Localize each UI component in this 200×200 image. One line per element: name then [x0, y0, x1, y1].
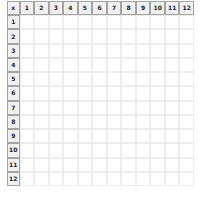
row-header-3: 3	[7, 44, 20, 58]
col-header-5: 5	[78, 1, 93, 15]
product-cell-r5-c9[interactable]	[136, 72, 151, 86]
product-cell-r8-c10[interactable]	[150, 115, 165, 129]
product-cell-r9-c2[interactable]	[34, 129, 49, 143]
row-header-10: 10	[7, 143, 20, 157]
col-header-11: 11	[165, 1, 180, 15]
product-cell-r6-c11[interactable]	[165, 86, 180, 100]
product-cell-r6-c4[interactable]	[63, 86, 78, 100]
product-cell-r4-c12[interactable]	[179, 58, 194, 72]
product-cell-r12-c2[interactable]	[34, 172, 49, 186]
product-cell-r3-c1[interactable]	[20, 44, 35, 58]
product-cell-r11-c5[interactable]	[78, 158, 93, 172]
col-header-3: 3	[49, 1, 64, 15]
product-cell-r10-c11[interactable]	[165, 143, 180, 157]
product-cell-r9-c1[interactable]	[20, 129, 35, 143]
product-cell-r2-c1[interactable]	[20, 29, 35, 43]
product-cell-r6-c3[interactable]	[49, 86, 64, 100]
product-cell-r5-c8[interactable]	[121, 72, 136, 86]
product-cell-r2-c8[interactable]	[121, 29, 136, 43]
product-cell-r1-c11[interactable]	[165, 15, 180, 29]
product-cell-r5-c1[interactable]	[20, 72, 35, 86]
product-cell-r11-c7[interactable]	[107, 158, 122, 172]
product-cell-r10-c7[interactable]	[107, 143, 122, 157]
product-cell-r11-c10[interactable]	[150, 158, 165, 172]
product-cell-r5-c10[interactable]	[150, 72, 165, 86]
row-header-8: 8	[7, 115, 20, 129]
product-cell-r5-c6[interactable]	[92, 72, 107, 86]
product-cell-r6-c6[interactable]	[92, 86, 107, 100]
product-cell-r4-c4[interactable]	[63, 58, 78, 72]
product-cell-r1-c9[interactable]	[136, 15, 151, 29]
product-cell-r11-c12[interactable]	[179, 158, 194, 172]
row-header-7: 7	[7, 101, 20, 115]
product-cell-r5-c12[interactable]	[179, 72, 194, 86]
product-cell-r6-c2[interactable]	[34, 86, 49, 100]
product-cell-r9-c11[interactable]	[165, 129, 180, 143]
col-header-10: 10	[150, 1, 165, 15]
row-header-9: 9	[7, 129, 20, 143]
product-cell-r7-c6[interactable]	[92, 101, 107, 115]
product-cell-r1-c3[interactable]	[49, 15, 64, 29]
row-header-11: 11	[7, 158, 20, 172]
product-cell-r4-c1[interactable]	[20, 58, 35, 72]
product-cell-r7-c8[interactable]	[121, 101, 136, 115]
product-cell-r11-c11[interactable]	[165, 158, 180, 172]
product-cell-r7-c4[interactable]	[63, 101, 78, 115]
product-cell-r7-c3[interactable]	[49, 101, 64, 115]
product-cell-r3-c2[interactable]	[34, 44, 49, 58]
product-cell-r3-c9[interactable]	[136, 44, 151, 58]
product-cell-r12-c12[interactable]	[179, 172, 194, 186]
product-cell-r3-c5[interactable]	[78, 44, 93, 58]
product-cell-r12-c7[interactable]	[107, 172, 122, 186]
product-cell-r4-c5[interactable]	[78, 58, 93, 72]
row-header-1: 1	[7, 15, 20, 29]
row-header-5: 5	[7, 72, 20, 86]
product-cell-r11-c6[interactable]	[92, 158, 107, 172]
multiplication-grid: x123456789101112123456789101112	[7, 1, 194, 186]
product-cell-r11-c2[interactable]	[34, 158, 49, 172]
product-cell-r3-c7[interactable]	[107, 44, 122, 58]
product-cell-r12-c1[interactable]	[20, 172, 35, 186]
col-header-9: 9	[136, 1, 151, 15]
corner-header-cell: x	[7, 1, 20, 15]
product-cell-r9-c4[interactable]	[63, 129, 78, 143]
product-cell-r2-c3[interactable]	[49, 29, 64, 43]
product-cell-r9-c10[interactable]	[150, 129, 165, 143]
product-cell-r2-c9[interactable]	[136, 29, 151, 43]
product-cell-r10-c2[interactable]	[34, 143, 49, 157]
col-header-1: 1	[20, 1, 35, 15]
product-cell-r9-c7[interactable]	[107, 129, 122, 143]
product-cell-r1-c2[interactable]	[34, 15, 49, 29]
product-cell-r12-c4[interactable]	[63, 172, 78, 186]
product-cell-r8-c11[interactable]	[165, 115, 180, 129]
col-header-2: 2	[34, 1, 49, 15]
product-cell-r8-c2[interactable]	[34, 115, 49, 129]
row-header-2: 2	[7, 29, 20, 43]
product-cell-r10-c9[interactable]	[136, 143, 151, 157]
col-header-7: 7	[107, 1, 122, 15]
product-cell-r5-c5[interactable]	[78, 72, 93, 86]
product-cell-r8-c1[interactable]	[20, 115, 35, 129]
product-cell-r11-c1[interactable]	[20, 158, 35, 172]
product-cell-r8-c5[interactable]	[78, 115, 93, 129]
product-cell-r5-c3[interactable]	[49, 72, 64, 86]
product-cell-r10-c1[interactable]	[20, 143, 35, 157]
product-cell-r3-c4[interactable]	[63, 44, 78, 58]
product-cell-r10-c8[interactable]	[121, 143, 136, 157]
product-cell-r10-c3[interactable]	[49, 143, 64, 157]
product-cell-r3-c6[interactable]	[92, 44, 107, 58]
product-cell-r1-c6[interactable]	[92, 15, 107, 29]
product-cell-r11-c9[interactable]	[136, 158, 151, 172]
product-cell-r8-c6[interactable]	[92, 115, 107, 129]
col-header-6: 6	[92, 1, 107, 15]
product-cell-r9-c5[interactable]	[78, 129, 93, 143]
product-cell-r6-c10[interactable]	[150, 86, 165, 100]
product-cell-r9-c9[interactable]	[136, 129, 151, 143]
product-cell-r1-c8[interactable]	[121, 15, 136, 29]
product-cell-r7-c10[interactable]	[150, 101, 165, 115]
product-cell-r2-c11[interactable]	[165, 29, 180, 43]
product-cell-r1-c10[interactable]	[150, 15, 165, 29]
product-cell-r3-c11[interactable]	[165, 44, 180, 58]
product-cell-r12-c10[interactable]	[150, 172, 165, 186]
product-cell-r10-c12[interactable]	[179, 143, 194, 157]
product-cell-r2-c12[interactable]	[179, 29, 194, 43]
product-cell-r9-c3[interactable]	[49, 129, 64, 143]
product-cell-r7-c9[interactable]	[136, 101, 151, 115]
product-cell-r8-c7[interactable]	[107, 115, 122, 129]
product-cell-r12-c5[interactable]	[78, 172, 93, 186]
product-cell-r4-c9[interactable]	[136, 58, 151, 72]
product-cell-r8-c3[interactable]	[49, 115, 64, 129]
product-cell-r2-c6[interactable]	[92, 29, 107, 43]
product-cell-r9-c12[interactable]	[179, 129, 194, 143]
product-cell-r12-c11[interactable]	[165, 172, 180, 186]
product-cell-r7-c2[interactable]	[34, 101, 49, 115]
col-header-4: 4	[63, 1, 78, 15]
row-header-6: 6	[7, 86, 20, 100]
product-cell-r12-c3[interactable]	[49, 172, 64, 186]
product-cell-r5-c11[interactable]	[165, 72, 180, 86]
product-cell-r4-c7[interactable]	[107, 58, 122, 72]
col-header-8: 8	[121, 1, 136, 15]
product-cell-r11-c4[interactable]	[63, 158, 78, 172]
product-cell-r8-c4[interactable]	[63, 115, 78, 129]
product-cell-r5-c7[interactable]	[107, 72, 122, 86]
col-header-12: 12	[179, 1, 194, 15]
product-cell-r10-c4[interactable]	[63, 143, 78, 157]
product-cell-r1-c4[interactable]	[63, 15, 78, 29]
product-cell-r7-c1[interactable]	[20, 101, 35, 115]
product-cell-r11-c3[interactable]	[49, 158, 64, 172]
product-cell-r5-c2[interactable]	[34, 72, 49, 86]
product-cell-r1-c5[interactable]	[78, 15, 93, 29]
product-cell-r9-c8[interactable]	[121, 129, 136, 143]
product-cell-r4-c6[interactable]	[92, 58, 107, 72]
product-cell-r1-c1[interactable]	[20, 15, 35, 29]
multiplication-chart-page: x123456789101112123456789101112	[0, 0, 200, 200]
product-cell-r7-c5[interactable]	[78, 101, 93, 115]
product-cell-r6-c5[interactable]	[78, 86, 93, 100]
row-header-12: 12	[7, 172, 20, 186]
product-cell-r1-c7[interactable]	[107, 15, 122, 29]
product-cell-r10-c5[interactable]	[78, 143, 93, 157]
product-cell-r4-c11[interactable]	[165, 58, 180, 72]
product-cell-r8-c9[interactable]	[136, 115, 151, 129]
product-cell-r2-c7[interactable]	[107, 29, 122, 43]
product-cell-r7-c7[interactable]	[107, 101, 122, 115]
product-cell-r11-c8[interactable]	[121, 158, 136, 172]
product-cell-r12-c6[interactable]	[92, 172, 107, 186]
product-cell-r5-c4[interactable]	[63, 72, 78, 86]
product-cell-r4-c10[interactable]	[150, 58, 165, 72]
product-cell-r9-c6[interactable]	[92, 129, 107, 143]
product-cell-r10-c6[interactable]	[92, 143, 107, 157]
product-cell-r4-c3[interactable]	[49, 58, 64, 72]
product-cell-r2-c10[interactable]	[150, 29, 165, 43]
product-cell-r2-c2[interactable]	[34, 29, 49, 43]
product-cell-r6-c7[interactable]	[107, 86, 122, 100]
product-cell-r3-c8[interactable]	[121, 44, 136, 58]
product-cell-r8-c8[interactable]	[121, 115, 136, 129]
row-header-4: 4	[7, 58, 20, 72]
product-cell-r2-c4[interactable]	[63, 29, 78, 43]
product-cell-r6-c1[interactable]	[20, 86, 35, 100]
product-cell-r6-c9[interactable]	[136, 86, 151, 100]
product-cell-r10-c10[interactable]	[150, 143, 165, 157]
product-cell-r7-c11[interactable]	[165, 101, 180, 115]
product-cell-r4-c2[interactable]	[34, 58, 49, 72]
product-cell-r4-c8[interactable]	[121, 58, 136, 72]
product-cell-r7-c12[interactable]	[179, 101, 194, 115]
product-cell-r12-c8[interactable]	[121, 172, 136, 186]
product-cell-r6-c12[interactable]	[179, 86, 194, 100]
product-cell-r3-c10[interactable]	[150, 44, 165, 58]
product-cell-r1-c12[interactable]	[179, 15, 194, 29]
product-cell-r3-c3[interactable]	[49, 44, 64, 58]
product-cell-r12-c9[interactable]	[136, 172, 151, 186]
product-cell-r2-c5[interactable]	[78, 29, 93, 43]
product-cell-r3-c12[interactable]	[179, 44, 194, 58]
product-cell-r8-c12[interactable]	[179, 115, 194, 129]
product-cell-r6-c8[interactable]	[121, 86, 136, 100]
